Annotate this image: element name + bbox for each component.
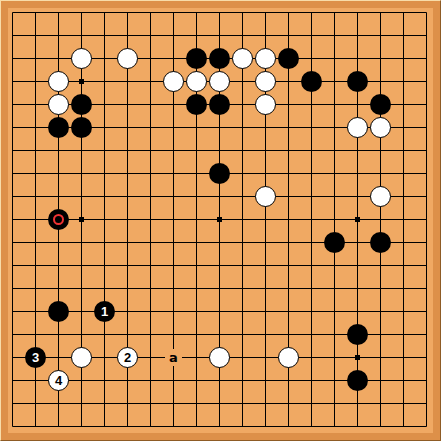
- black-stone-Q3: [347, 370, 368, 391]
- black-stone-Q5: [347, 324, 368, 345]
- white-stone-C3: 4: [48, 370, 69, 391]
- white-stone-C15: [48, 94, 69, 115]
- black-stone-N17: [278, 48, 299, 69]
- star-point: [79, 217, 84, 222]
- white-stone-N4: [278, 347, 299, 368]
- black-stone-C10: [48, 209, 69, 230]
- black-stone-K15: [209, 94, 230, 115]
- black-stone-R15: [370, 94, 391, 115]
- move-number: 4: [55, 374, 62, 387]
- black-stone-B4: 3: [25, 347, 46, 368]
- white-stone-L17: [232, 48, 253, 69]
- star-point: [217, 217, 222, 222]
- white-stone-Q14: [347, 117, 368, 138]
- black-stone-J15: [186, 94, 207, 115]
- white-stone-H16: [163, 71, 184, 92]
- black-stone-C6: [48, 301, 69, 322]
- white-stone-M15: [255, 94, 276, 115]
- white-stone-D4: [71, 347, 92, 368]
- black-stone-J17: [186, 48, 207, 69]
- white-stone-K4: [209, 347, 230, 368]
- white-stone-J16: [186, 71, 207, 92]
- move-number: 3: [32, 351, 39, 364]
- go-board-frame: 1324a: [0, 0, 441, 441]
- white-stone-K16: [209, 71, 230, 92]
- point-label-a: a: [165, 349, 182, 366]
- black-stone-K12: [209, 163, 230, 184]
- star-point: [355, 217, 360, 222]
- black-stone-D15: [71, 94, 92, 115]
- white-stone-F4: 2: [117, 347, 138, 368]
- white-stone-D17: [71, 48, 92, 69]
- white-stone-M17: [255, 48, 276, 69]
- black-stone-D14: [71, 117, 92, 138]
- black-stone-K17: [209, 48, 230, 69]
- black-stone-O16: [301, 71, 322, 92]
- white-stone-F17: [117, 48, 138, 69]
- red-circle-mark: [53, 214, 64, 225]
- move-number: 2: [124, 351, 131, 364]
- go-board: 1324a: [1, 1, 440, 440]
- white-stone-R11: [370, 186, 391, 207]
- black-stone-C14: [48, 117, 69, 138]
- black-stone-R9: [370, 232, 391, 253]
- white-stone-M16: [255, 71, 276, 92]
- star-point: [355, 355, 360, 360]
- star-point: [79, 79, 84, 84]
- black-stone-P9: [324, 232, 345, 253]
- white-stone-C16: [48, 71, 69, 92]
- white-stone-R14: [370, 117, 391, 138]
- move-number: 1: [101, 305, 108, 318]
- black-stone-E6: 1: [94, 301, 115, 322]
- black-stone-Q16: [347, 71, 368, 92]
- white-stone-M11: [255, 186, 276, 207]
